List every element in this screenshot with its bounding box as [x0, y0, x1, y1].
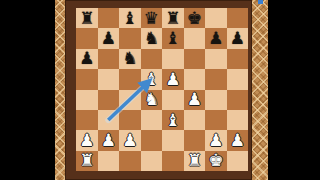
- square-a8[interactable]: ♜: [76, 8, 98, 28]
- square-f7[interactable]: [184, 28, 206, 48]
- square-d2[interactable]: [141, 130, 163, 150]
- piece-white-pawn[interactable]: ♟: [227, 130, 249, 150]
- piece-black-pawn[interactable]: ♟: [205, 28, 227, 48]
- square-g6[interactable]: [205, 49, 227, 69]
- square-e6[interactable]: [162, 49, 184, 69]
- square-b7[interactable]: ♟: [98, 28, 120, 48]
- square-b3[interactable]: [98, 110, 120, 130]
- square-h8[interactable]: [227, 8, 249, 28]
- square-a7[interactable]: [76, 28, 98, 48]
- square-f8[interactable]: ♚: [184, 8, 206, 28]
- square-d3[interactable]: [141, 110, 163, 130]
- piece-black-rook[interactable]: ♜: [76, 8, 98, 28]
- square-d5[interactable]: ♝: [141, 69, 163, 89]
- square-g2[interactable]: ♟: [205, 130, 227, 150]
- square-a2[interactable]: ♟: [76, 130, 98, 150]
- square-a1[interactable]: ♜: [76, 151, 98, 171]
- square-c4[interactable]: [119, 90, 141, 110]
- chess-board[interactable]: ♜♝♛♜♚♟♞♝♟♟♟♞♝♟♞♟♝♟♟♟♟♟♜♜♚: [76, 8, 248, 171]
- square-b2[interactable]: ♟: [98, 130, 120, 150]
- piece-white-pawn[interactable]: ♟: [184, 90, 206, 110]
- square-g8[interactable]: [205, 8, 227, 28]
- square-a3[interactable]: [76, 110, 98, 130]
- square-g5[interactable]: [205, 69, 227, 89]
- piece-white-bishop[interactable]: ♝: [141, 69, 163, 89]
- square-f2[interactable]: [184, 130, 206, 150]
- square-g4[interactable]: [205, 90, 227, 110]
- square-h1[interactable]: [227, 151, 249, 171]
- square-e4[interactable]: [162, 90, 184, 110]
- square-d7[interactable]: ♞: [141, 28, 163, 48]
- square-c6[interactable]: ♞: [119, 49, 141, 69]
- square-c8[interactable]: ♝: [119, 8, 141, 28]
- square-c1[interactable]: [119, 151, 141, 171]
- square-b6[interactable]: [98, 49, 120, 69]
- piece-black-bishop[interactable]: ♝: [119, 8, 141, 28]
- square-d6[interactable]: [141, 49, 163, 69]
- square-h5[interactable]: [227, 69, 249, 89]
- piece-black-rook[interactable]: ♜: [162, 8, 184, 28]
- piece-white-pawn[interactable]: ♟: [119, 130, 141, 150]
- square-f6[interactable]: [184, 49, 206, 69]
- piece-black-knight[interactable]: ♞: [141, 28, 163, 48]
- square-d8[interactable]: ♛: [141, 8, 163, 28]
- square-g3[interactable]: [205, 110, 227, 130]
- square-h2[interactable]: ♟: [227, 130, 249, 150]
- piece-white-pawn[interactable]: ♟: [98, 130, 120, 150]
- square-b8[interactable]: [98, 8, 120, 28]
- square-f4[interactable]: ♟: [184, 90, 206, 110]
- square-b5[interactable]: [98, 69, 120, 89]
- square-e5[interactable]: ♟: [162, 69, 184, 89]
- square-h7[interactable]: ♟: [227, 28, 249, 48]
- square-f3[interactable]: [184, 110, 206, 130]
- square-c5[interactable]: [119, 69, 141, 89]
- piece-white-pawn[interactable]: ♟: [76, 130, 98, 150]
- square-e2[interactable]: [162, 130, 184, 150]
- video-artifact-dot: [258, 0, 263, 4]
- square-b1[interactable]: [98, 151, 120, 171]
- square-d1[interactable]: [141, 151, 163, 171]
- square-c2[interactable]: ♟: [119, 130, 141, 150]
- piece-black-king[interactable]: ♚: [184, 8, 206, 28]
- square-g1[interactable]: ♚: [205, 151, 227, 171]
- piece-black-pawn[interactable]: ♟: [227, 28, 249, 48]
- piece-white-bishop[interactable]: ♝: [162, 110, 184, 130]
- piece-black-pawn[interactable]: ♟: [98, 28, 120, 48]
- square-e7[interactable]: ♝: [162, 28, 184, 48]
- square-h4[interactable]: [227, 90, 249, 110]
- piece-black-pawn[interactable]: ♟: [76, 49, 98, 69]
- piece-white-rook[interactable]: ♜: [184, 151, 206, 171]
- square-d4[interactable]: ♞: [141, 90, 163, 110]
- square-f5[interactable]: [184, 69, 206, 89]
- square-a5[interactable]: [76, 69, 98, 89]
- piece-white-pawn[interactable]: ♟: [162, 69, 184, 89]
- piece-black-queen[interactable]: ♛: [141, 8, 163, 28]
- square-b4[interactable]: [98, 90, 120, 110]
- piece-white-knight[interactable]: ♞: [141, 90, 163, 110]
- square-h3[interactable]: [227, 110, 249, 130]
- square-e8[interactable]: ♜: [162, 8, 184, 28]
- piece-white-pawn[interactable]: ♟: [205, 130, 227, 150]
- square-e1[interactable]: [162, 151, 184, 171]
- square-e3[interactable]: ♝: [162, 110, 184, 130]
- piece-white-rook[interactable]: ♜: [76, 151, 98, 171]
- square-c3[interactable]: [119, 110, 141, 130]
- square-f1[interactable]: ♜: [184, 151, 206, 171]
- piece-black-bishop[interactable]: ♝: [162, 28, 184, 48]
- square-a6[interactable]: ♟: [76, 49, 98, 69]
- square-h6[interactable]: [227, 49, 249, 69]
- piece-black-knight[interactable]: ♞: [119, 49, 141, 69]
- square-c7[interactable]: [119, 28, 141, 48]
- square-g7[interactable]: ♟: [205, 28, 227, 48]
- piece-white-king[interactable]: ♚: [205, 151, 227, 171]
- square-a4[interactable]: [76, 90, 98, 110]
